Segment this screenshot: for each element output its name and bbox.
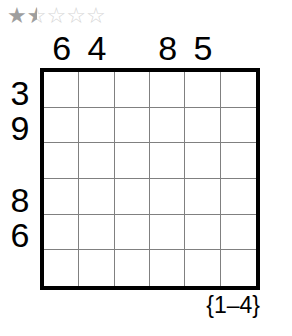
cell-r2c4[interactable] (150, 108, 185, 144)
left-clues-column: 3986 (2, 72, 38, 286)
cell-r6c2[interactable] (79, 250, 114, 286)
left-clue-1: 3 (11, 76, 30, 110)
cell-r2c3[interactable] (115, 108, 150, 144)
cell-r1c3[interactable] (115, 72, 150, 108)
star-filled-icon: ★ (7, 3, 27, 29)
cell-r2c2[interactable] (79, 108, 114, 144)
top-clue-1: 6 (52, 31, 71, 65)
cell-r6c6[interactable] (221, 250, 256, 286)
cell-r4c3[interactable] (115, 179, 150, 215)
cell-r3c2[interactable] (79, 143, 114, 179)
cell-r1c6[interactable] (221, 72, 256, 108)
cell-r3c1[interactable] (44, 143, 79, 179)
cell-r5c5[interactable] (185, 215, 220, 251)
cell-r3c3[interactable] (115, 143, 150, 179)
cell-r3c6[interactable] (221, 143, 256, 179)
top-clue-4: 8 (158, 31, 177, 65)
cell-r5c6[interactable] (221, 215, 256, 251)
cell-r3c5[interactable] (185, 143, 220, 179)
cell-r1c4[interactable] (150, 72, 185, 108)
cell-r1c2[interactable] (79, 72, 114, 108)
cell-r4c2[interactable] (79, 179, 114, 215)
cell-r1c1[interactable] (44, 72, 79, 108)
cell-r4c5[interactable] (185, 179, 220, 215)
cell-r6c5[interactable] (185, 250, 220, 286)
left-clue-4: 8 (11, 183, 30, 217)
difficulty-rating: ★☆★☆☆☆ (7, 3, 106, 29)
star-empty-icon: ☆ (46, 3, 66, 29)
cell-r4c6[interactable] (221, 179, 256, 215)
cell-r2c5[interactable] (185, 108, 220, 144)
cell-r6c1[interactable] (44, 250, 79, 286)
cell-r2c1[interactable] (44, 108, 79, 144)
cell-r5c3[interactable] (115, 215, 150, 251)
cell-r6c3[interactable] (115, 250, 150, 286)
puzzle-page: ★☆★☆☆☆ 6485 3986 {1–4} (0, 0, 292, 336)
star-empty-icon: ☆ (66, 3, 86, 29)
left-clue-5: 6 (11, 218, 30, 252)
digit-range-label: {1–4} (206, 293, 260, 318)
star-empty-icon: ☆ (86, 3, 106, 29)
cell-r3c4[interactable] (150, 143, 185, 179)
top-clue-2: 4 (88, 31, 107, 65)
cell-r6c4[interactable] (150, 250, 185, 286)
cell-r4c4[interactable] (150, 179, 185, 215)
top-clues-row: 6485 (44, 30, 256, 65)
left-clue-2: 9 (11, 111, 30, 145)
cell-r4c1[interactable] (44, 179, 79, 215)
puzzle-board (40, 68, 260, 290)
cell-r5c2[interactable] (79, 215, 114, 251)
cell-r1c5[interactable] (185, 72, 220, 108)
star-half-icon: ☆★ (27, 3, 47, 29)
cell-r5c4[interactable] (150, 215, 185, 251)
cell-r5c1[interactable] (44, 215, 79, 251)
top-clue-5: 5 (194, 31, 213, 65)
cell-r2c6[interactable] (221, 108, 256, 144)
